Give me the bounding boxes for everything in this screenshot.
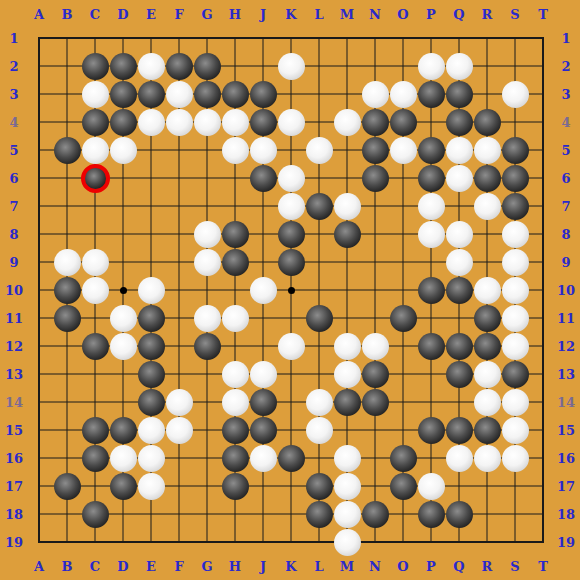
stone-white-M18[interactable]	[334, 501, 361, 528]
stone-black-N18[interactable]	[362, 501, 389, 528]
stone-white-N12[interactable]	[362, 333, 389, 360]
stone-white-Q8[interactable]	[446, 221, 473, 248]
stone-white-F3[interactable]	[166, 81, 193, 108]
row-label-right-5: 5	[561, 144, 570, 157]
row-label-right-16: 16	[557, 452, 575, 465]
stone-black-M14[interactable]	[334, 389, 361, 416]
col-label-top-C: C	[90, 8, 100, 21]
row-label-left-11: 11	[5, 312, 23, 325]
stone-black-B11[interactable]	[54, 305, 81, 332]
row-label-right-10: 10	[557, 284, 575, 297]
col-label-bottom-R: R	[482, 560, 493, 573]
row-label-left-3: 3	[9, 88, 18, 101]
col-label-top-T: T	[538, 8, 548, 21]
stone-black-J3[interactable]	[250, 81, 277, 108]
col-label-bottom-O: O	[397, 560, 408, 573]
col-label-bottom-Q: Q	[453, 560, 464, 573]
stone-black-C16[interactable]	[82, 445, 109, 472]
col-label-bottom-N: N	[369, 560, 381, 573]
stone-white-R16[interactable]	[474, 445, 501, 472]
stone-black-N6[interactable]	[362, 165, 389, 192]
stone-black-S6[interactable]	[502, 165, 529, 192]
stone-black-H15[interactable]	[222, 417, 249, 444]
stone-white-M17[interactable]	[334, 473, 361, 500]
stone-white-R10[interactable]	[474, 277, 501, 304]
stone-white-L15[interactable]	[306, 417, 333, 444]
row-label-left-15: 15	[5, 424, 23, 437]
stone-white-D5[interactable]	[110, 137, 137, 164]
stone-black-Q18[interactable]	[446, 501, 473, 528]
stone-black-N5[interactable]	[362, 137, 389, 164]
stone-black-R11[interactable]	[474, 305, 501, 332]
col-label-bottom-A: A	[34, 560, 44, 573]
stone-black-Q15[interactable]	[446, 417, 473, 444]
stone-white-J13[interactable]	[250, 361, 277, 388]
stone-black-M8[interactable]	[334, 221, 361, 248]
row-label-left-12: 12	[5, 340, 23, 353]
stone-white-M16[interactable]	[334, 445, 361, 472]
row-label-left-9: 9	[9, 256, 18, 269]
row-label-right-9: 9	[561, 256, 570, 269]
stone-white-O5[interactable]	[390, 137, 417, 164]
row-label-left-1: 1	[9, 32, 18, 45]
stone-white-E2[interactable]	[138, 53, 165, 80]
col-label-bottom-L: L	[314, 560, 323, 573]
stone-white-S3[interactable]	[502, 81, 529, 108]
stone-black-E3[interactable]	[138, 81, 165, 108]
row-label-right-8: 8	[561, 228, 570, 241]
stone-white-O3[interactable]	[390, 81, 417, 108]
stone-black-L17[interactable]	[306, 473, 333, 500]
stone-white-H13[interactable]	[222, 361, 249, 388]
stone-white-P2[interactable]	[418, 53, 445, 80]
row-label-left-17: 17	[5, 480, 23, 493]
row-label-right-4: 4	[561, 116, 570, 129]
stone-black-N4[interactable]	[362, 109, 389, 136]
stone-white-E10[interactable]	[138, 277, 165, 304]
stone-white-G9[interactable]	[194, 249, 221, 276]
stone-black-H16[interactable]	[222, 445, 249, 472]
col-label-bottom-G: G	[201, 560, 212, 573]
stone-white-C10[interactable]	[82, 277, 109, 304]
stone-white-E15[interactable]	[138, 417, 165, 444]
stone-white-D12[interactable]	[110, 333, 137, 360]
stone-black-E14[interactable]	[138, 389, 165, 416]
stone-white-C5[interactable]	[82, 137, 109, 164]
stone-white-M13[interactable]	[334, 361, 361, 388]
stone-black-G3[interactable]	[194, 81, 221, 108]
stone-white-J16[interactable]	[250, 445, 277, 472]
stone-black-B17[interactable]	[54, 473, 81, 500]
stone-white-H11[interactable]	[222, 305, 249, 332]
stone-black-C12[interactable]	[82, 333, 109, 360]
stone-black-G12[interactable]	[194, 333, 221, 360]
stone-white-M19[interactable]	[334, 529, 361, 556]
stone-black-D4[interactable]	[110, 109, 137, 136]
row-label-left-8: 8	[9, 228, 18, 241]
stone-white-G11[interactable]	[194, 305, 221, 332]
col-label-top-K: K	[285, 8, 296, 21]
stone-white-H14[interactable]	[222, 389, 249, 416]
col-label-top-F: F	[174, 8, 183, 21]
stone-white-Q5[interactable]	[446, 137, 473, 164]
stone-white-C3[interactable]	[82, 81, 109, 108]
col-label-bottom-K: K	[285, 560, 296, 573]
stone-black-D2[interactable]	[110, 53, 137, 80]
stone-white-D11[interactable]	[110, 305, 137, 332]
stone-white-P17[interactable]	[418, 473, 445, 500]
stone-black-J15[interactable]	[250, 417, 277, 444]
stone-white-E16[interactable]	[138, 445, 165, 472]
row-label-right-3: 3	[561, 88, 570, 101]
stone-black-B10[interactable]	[54, 277, 81, 304]
stone-white-F14[interactable]	[166, 389, 193, 416]
row-label-right-2: 2	[561, 60, 570, 73]
stone-black-K9[interactable]	[278, 249, 305, 276]
col-label-bottom-D: D	[117, 560, 128, 573]
col-label-top-E: E	[146, 8, 156, 21]
col-label-bottom-M: M	[340, 560, 354, 573]
row-label-left-4: 4	[9, 116, 18, 129]
stone-white-N3[interactable]	[362, 81, 389, 108]
stone-black-O16[interactable]	[390, 445, 417, 472]
stone-white-G4[interactable]	[194, 109, 221, 136]
row-label-right-17: 17	[557, 480, 575, 493]
stone-white-K6[interactable]	[278, 165, 305, 192]
stone-black-O11[interactable]	[390, 305, 417, 332]
col-label-bottom-P: P	[426, 560, 436, 573]
stone-black-Q10[interactable]	[446, 277, 473, 304]
stone-white-K12[interactable]	[278, 333, 305, 360]
stone-black-H17[interactable]	[222, 473, 249, 500]
stone-white-S16[interactable]	[502, 445, 529, 472]
stone-black-C6-last-move-marker[interactable]	[81, 164, 110, 193]
stone-black-S7[interactable]	[502, 193, 529, 220]
stone-black-L11[interactable]	[306, 305, 333, 332]
stone-white-S11[interactable]	[502, 305, 529, 332]
stone-white-K4[interactable]	[278, 109, 305, 136]
stone-white-R14[interactable]	[474, 389, 501, 416]
row-label-left-14: 14	[5, 396, 23, 409]
row-label-right-13: 13	[557, 368, 575, 381]
stone-white-S8[interactable]	[502, 221, 529, 248]
stone-white-R5[interactable]	[474, 137, 501, 164]
col-label-bottom-J: J	[260, 560, 266, 573]
stone-black-O4[interactable]	[390, 109, 417, 136]
stone-black-E11[interactable]	[138, 305, 165, 332]
row-label-right-6: 6	[561, 172, 570, 185]
stone-black-B5[interactable]	[54, 137, 81, 164]
stone-black-H3[interactable]	[222, 81, 249, 108]
stone-white-Q2[interactable]	[446, 53, 473, 80]
stone-white-Q16[interactable]	[446, 445, 473, 472]
stone-black-K16[interactable]	[278, 445, 305, 472]
stone-white-L14[interactable]	[306, 389, 333, 416]
col-label-top-S: S	[510, 8, 519, 21]
col-label-bottom-F: F	[174, 560, 183, 573]
stone-black-K8[interactable]	[278, 221, 305, 248]
stone-black-H9[interactable]	[222, 249, 249, 276]
stone-black-R6[interactable]	[474, 165, 501, 192]
stone-white-E4[interactable]	[138, 109, 165, 136]
stone-white-Q9[interactable]	[446, 249, 473, 276]
star-point-D10	[120, 287, 127, 294]
row-label-right-14: 14	[557, 396, 575, 409]
stone-white-E17[interactable]	[138, 473, 165, 500]
col-label-top-O: O	[397, 8, 408, 21]
stone-white-S15[interactable]	[502, 417, 529, 444]
col-label-bottom-B: B	[62, 560, 73, 573]
row-label-right-18: 18	[557, 508, 575, 521]
stone-black-C4[interactable]	[82, 109, 109, 136]
stone-white-K7[interactable]	[278, 193, 305, 220]
stone-white-P7[interactable]	[418, 193, 445, 220]
row-label-left-18: 18	[5, 508, 23, 521]
stone-white-Q6[interactable]	[446, 165, 473, 192]
col-label-top-M: M	[340, 8, 354, 21]
stone-black-S13[interactable]	[502, 361, 529, 388]
stone-black-P12[interactable]	[418, 333, 445, 360]
col-label-top-J: J	[260, 8, 266, 21]
col-label-top-H: H	[229, 8, 241, 21]
stone-black-C2[interactable]	[82, 53, 109, 80]
stone-black-G2[interactable]	[194, 53, 221, 80]
stone-black-P3[interactable]	[418, 81, 445, 108]
stone-black-P18[interactable]	[418, 501, 445, 528]
stone-black-R15[interactable]	[474, 417, 501, 444]
row-label-right-19: 19	[557, 536, 575, 549]
stone-black-P6[interactable]	[418, 165, 445, 192]
row-label-right-12: 12	[557, 340, 575, 353]
stone-black-F2[interactable]	[166, 53, 193, 80]
col-label-top-A: A	[34, 8, 44, 21]
stone-white-S12[interactable]	[502, 333, 529, 360]
stone-white-H5[interactable]	[222, 137, 249, 164]
row-label-left-6: 6	[9, 172, 18, 185]
col-label-top-G: G	[201, 8, 212, 21]
stone-black-D3[interactable]	[110, 81, 137, 108]
stone-black-H8[interactable]	[222, 221, 249, 248]
stone-white-F15[interactable]	[166, 417, 193, 444]
stone-black-Q3[interactable]	[446, 81, 473, 108]
row-label-right-1: 1	[561, 32, 570, 45]
stone-black-J4[interactable]	[250, 109, 277, 136]
stone-black-D17[interactable]	[110, 473, 137, 500]
stone-black-C18[interactable]	[82, 501, 109, 528]
col-label-top-N: N	[369, 8, 381, 21]
col-label-top-R: R	[482, 8, 493, 21]
stone-black-Q4[interactable]	[446, 109, 473, 136]
stone-white-K2[interactable]	[278, 53, 305, 80]
stone-black-R12[interactable]	[474, 333, 501, 360]
row-label-right-15: 15	[557, 424, 575, 437]
stone-white-S9[interactable]	[502, 249, 529, 276]
stone-white-M7[interactable]	[334, 193, 361, 220]
stone-white-R7[interactable]	[474, 193, 501, 220]
row-label-left-5: 5	[9, 144, 18, 157]
stone-black-S5[interactable]	[502, 137, 529, 164]
stone-black-N14[interactable]	[362, 389, 389, 416]
stone-white-S14[interactable]	[502, 389, 529, 416]
stone-black-P5[interactable]	[418, 137, 445, 164]
stone-black-E12[interactable]	[138, 333, 165, 360]
stone-white-F4[interactable]	[166, 109, 193, 136]
stone-black-C15[interactable]	[82, 417, 109, 444]
row-label-right-7: 7	[561, 200, 570, 213]
stone-white-S10[interactable]	[502, 277, 529, 304]
go-board[interactable]: AABBCCDDEEFFGGHHJJKKLLMMNNOOPPQQRRSSTT11…	[0, 0, 580, 580]
stone-black-D15[interactable]	[110, 417, 137, 444]
col-label-top-D: D	[117, 8, 128, 21]
row-label-left-16: 16	[5, 452, 23, 465]
stone-black-L18[interactable]	[306, 501, 333, 528]
stone-black-R4[interactable]	[474, 109, 501, 136]
row-label-left-19: 19	[5, 536, 23, 549]
stone-white-R13[interactable]	[474, 361, 501, 388]
stone-black-Q13[interactable]	[446, 361, 473, 388]
stone-black-J6[interactable]	[250, 165, 277, 192]
stone-black-P15[interactable]	[418, 417, 445, 444]
col-label-bottom-S: S	[510, 560, 519, 573]
row-label-left-2: 2	[9, 60, 18, 73]
stone-black-J14[interactable]	[250, 389, 277, 416]
col-label-top-B: B	[62, 8, 73, 21]
row-label-left-10: 10	[5, 284, 23, 297]
stone-black-N13[interactable]	[362, 361, 389, 388]
stone-white-D16[interactable]	[110, 445, 137, 472]
stone-white-L5[interactable]	[306, 137, 333, 164]
stone-white-H4[interactable]	[222, 109, 249, 136]
stone-black-L7[interactable]	[306, 193, 333, 220]
stone-white-M12[interactable]	[334, 333, 361, 360]
col-label-top-L: L	[314, 8, 323, 21]
stone-white-G8[interactable]	[194, 221, 221, 248]
stone-white-M4[interactable]	[334, 109, 361, 136]
stone-white-B9[interactable]	[54, 249, 81, 276]
star-point-K10	[288, 287, 295, 294]
stone-black-P10[interactable]	[418, 277, 445, 304]
stone-black-E13[interactable]	[138, 361, 165, 388]
row-label-left-7: 7	[9, 200, 18, 213]
stone-white-J10[interactable]	[250, 277, 277, 304]
row-label-left-13: 13	[5, 368, 23, 381]
col-label-top-Q: Q	[453, 8, 464, 21]
stone-white-C9[interactable]	[82, 249, 109, 276]
stone-black-Q12[interactable]	[446, 333, 473, 360]
stone-white-J5[interactable]	[250, 137, 277, 164]
col-label-bottom-C: C	[90, 560, 100, 573]
stone-white-P8[interactable]	[418, 221, 445, 248]
row-label-right-11: 11	[557, 312, 575, 325]
col-label-bottom-H: H	[229, 560, 241, 573]
col-label-bottom-E: E	[146, 560, 156, 573]
col-label-top-P: P	[426, 8, 436, 21]
col-label-bottom-T: T	[538, 560, 548, 573]
stone-black-O17[interactable]	[390, 473, 417, 500]
